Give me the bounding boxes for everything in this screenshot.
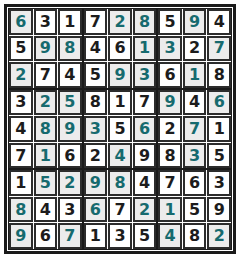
- sudoku-cell-r6c8[interactable]: 3: [183, 143, 207, 169]
- sudoku-cell-r4c5[interactable]: 1: [108, 90, 132, 116]
- sudoku-box-7: 152843967: [8, 169, 83, 250]
- sudoku-cell-r9c3[interactable]: 7: [58, 223, 82, 249]
- sudoku-box-1: 631598274: [8, 8, 83, 89]
- page: 6315982747284615935943276183254897168173…: [0, 0, 240, 265]
- sudoku-cell-r9c7[interactable]: 4: [158, 223, 182, 249]
- sudoku-cell-r6c9[interactable]: 5: [207, 143, 231, 169]
- sudoku-cell-r6c3[interactable]: 6: [58, 143, 82, 169]
- sudoku-cell-r7c7[interactable]: 7: [158, 170, 182, 196]
- sudoku-cell-r8c5[interactable]: 7: [108, 197, 132, 223]
- sudoku-box-6: 946271835: [157, 89, 232, 170]
- sudoku-cell-r7c5[interactable]: 8: [108, 170, 132, 196]
- sudoku-box-2: 728461593: [83, 8, 158, 89]
- sudoku-cell-r8c6[interactable]: 2: [133, 197, 157, 223]
- sudoku-cell-r3c5[interactable]: 9: [108, 62, 132, 88]
- sudoku-cell-r2c1[interactable]: 5: [9, 36, 33, 62]
- sudoku-cell-r5c3[interactable]: 9: [58, 116, 82, 142]
- sudoku-cell-r4c3[interactable]: 5: [58, 90, 82, 116]
- sudoku-cell-r3c9[interactable]: 8: [207, 62, 231, 88]
- sudoku-cell-r3c6[interactable]: 3: [133, 62, 157, 88]
- sudoku-cell-r9c2[interactable]: 6: [34, 223, 58, 249]
- sudoku-cell-r2c7[interactable]: 3: [158, 36, 182, 62]
- sudoku-cell-r4c9[interactable]: 6: [207, 90, 231, 116]
- sudoku-cell-r3c2[interactable]: 7: [34, 62, 58, 88]
- sudoku-cell-r6c6[interactable]: 9: [133, 143, 157, 169]
- sudoku-cell-r4c2[interactable]: 2: [34, 90, 58, 116]
- sudoku-cell-r8c7[interactable]: 1: [158, 197, 182, 223]
- sudoku-cell-r4c7[interactable]: 9: [158, 90, 182, 116]
- sudoku-cell-r6c5[interactable]: 4: [108, 143, 132, 169]
- sudoku-cell-r5c7[interactable]: 2: [158, 116, 182, 142]
- sudoku-cell-r1c7[interactable]: 5: [158, 9, 182, 35]
- sudoku-cell-r7c6[interactable]: 4: [133, 170, 157, 196]
- sudoku-cell-r8c4[interactable]: 6: [84, 197, 108, 223]
- sudoku-cell-r5c2[interactable]: 8: [34, 116, 58, 142]
- sudoku-cell-r8c3[interactable]: 3: [58, 197, 82, 223]
- sudoku-cell-r7c9[interactable]: 3: [207, 170, 231, 196]
- sudoku-cell-r7c1[interactable]: 1: [9, 170, 33, 196]
- sudoku-cell-r2c8[interactable]: 2: [183, 36, 207, 62]
- sudoku-cell-r1c8[interactable]: 9: [183, 9, 207, 35]
- sudoku-cell-r5c1[interactable]: 4: [9, 116, 33, 142]
- sudoku-board: 6315982747284615935943276183254897168173…: [4, 4, 236, 254]
- sudoku-cell-r8c1[interactable]: 8: [9, 197, 33, 223]
- sudoku-cell-r9c4[interactable]: 1: [84, 223, 108, 249]
- sudoku-cell-r9c8[interactable]: 8: [183, 223, 207, 249]
- sudoku-cell-r9c1[interactable]: 9: [9, 223, 33, 249]
- sudoku-cell-r3c4[interactable]: 5: [84, 62, 108, 88]
- sudoku-cell-r8c2[interactable]: 4: [34, 197, 58, 223]
- sudoku-cell-r7c8[interactable]: 6: [183, 170, 207, 196]
- sudoku-cell-r5c5[interactable]: 5: [108, 116, 132, 142]
- sudoku-cell-r3c1[interactable]: 2: [9, 62, 33, 88]
- sudoku-cell-r3c8[interactable]: 1: [183, 62, 207, 88]
- sudoku-cell-r2c4[interactable]: 4: [84, 36, 108, 62]
- sudoku-cell-r6c2[interactable]: 1: [34, 143, 58, 169]
- sudoku-cell-r3c3[interactable]: 4: [58, 62, 82, 88]
- sudoku-cell-r5c4[interactable]: 3: [84, 116, 108, 142]
- sudoku-cell-r7c4[interactable]: 9: [84, 170, 108, 196]
- sudoku-cell-r6c1[interactable]: 7: [9, 143, 33, 169]
- sudoku-cell-r9c5[interactable]: 3: [108, 223, 132, 249]
- sudoku-cell-r5c8[interactable]: 7: [183, 116, 207, 142]
- sudoku-cell-r4c1[interactable]: 3: [9, 90, 33, 116]
- sudoku-cell-r4c4[interactable]: 8: [84, 90, 108, 116]
- sudoku-cell-r1c4[interactable]: 7: [84, 9, 108, 35]
- sudoku-cell-r6c4[interactable]: 2: [84, 143, 108, 169]
- sudoku-cell-r7c2[interactable]: 5: [34, 170, 58, 196]
- sudoku-cell-r2c3[interactable]: 8: [58, 36, 82, 62]
- sudoku-cell-r2c2[interactable]: 9: [34, 36, 58, 62]
- sudoku-cell-r9c6[interactable]: 5: [133, 223, 157, 249]
- sudoku-cell-r1c5[interactable]: 2: [108, 9, 132, 35]
- sudoku-cell-r5c6[interactable]: 6: [133, 116, 157, 142]
- sudoku-box-4: 325489716: [8, 89, 83, 170]
- sudoku-cell-r7c3[interactable]: 2: [58, 170, 82, 196]
- sudoku-cell-r1c1[interactable]: 6: [9, 9, 33, 35]
- sudoku-cell-r1c9[interactable]: 4: [207, 9, 231, 35]
- sudoku-box-8: 984672135: [83, 169, 158, 250]
- sudoku-cell-r2c6[interactable]: 1: [133, 36, 157, 62]
- sudoku-cell-r5c9[interactable]: 1: [207, 116, 231, 142]
- sudoku-cell-r1c2[interactable]: 3: [34, 9, 58, 35]
- sudoku-cell-r9c9[interactable]: 2: [207, 223, 231, 249]
- sudoku-cell-r8c9[interactable]: 9: [207, 197, 231, 223]
- sudoku-box-3: 594327618: [157, 8, 232, 89]
- sudoku-cell-r8c8[interactable]: 5: [183, 197, 207, 223]
- sudoku-cell-r6c7[interactable]: 8: [158, 143, 182, 169]
- sudoku-cell-r1c3[interactable]: 1: [58, 9, 82, 35]
- sudoku-cell-r2c5[interactable]: 6: [108, 36, 132, 62]
- sudoku-box-9: 763159482: [157, 169, 232, 250]
- sudoku-box-5: 817356249: [83, 89, 158, 170]
- sudoku-cell-r4c6[interactable]: 7: [133, 90, 157, 116]
- sudoku-cell-r4c8[interactable]: 4: [183, 90, 207, 116]
- sudoku-cell-r2c9[interactable]: 7: [207, 36, 231, 62]
- sudoku-cell-r1c6[interactable]: 8: [133, 9, 157, 35]
- sudoku-cell-r3c7[interactable]: 6: [158, 62, 182, 88]
